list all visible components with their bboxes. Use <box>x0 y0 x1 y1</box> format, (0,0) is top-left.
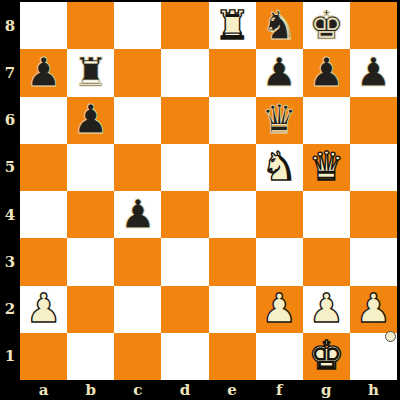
square-h5[interactable] <box>350 144 397 191</box>
square-b1[interactable] <box>67 333 114 380</box>
square-b3[interactable] <box>67 238 114 285</box>
square-f3[interactable] <box>256 238 303 285</box>
square-e5[interactable] <box>209 144 256 191</box>
square-c1[interactable] <box>114 333 161 380</box>
white-pawn[interactable]: ♟ <box>26 288 62 328</box>
square-f5[interactable]: ♞ <box>256 144 303 191</box>
square-d4[interactable] <box>161 191 208 238</box>
file-label-b: b <box>67 380 114 400</box>
rank-label-6: 6 <box>0 97 20 144</box>
white-pawn[interactable]: ♟ <box>261 288 297 328</box>
file-label-f: f <box>256 380 303 400</box>
white-to-move-indicator <box>385 331 396 342</box>
square-e2[interactable] <box>209 286 256 333</box>
square-g5[interactable]: ♛ <box>303 144 350 191</box>
square-a4[interactable] <box>20 191 67 238</box>
square-d7[interactable] <box>161 49 208 96</box>
square-g6[interactable] <box>303 97 350 144</box>
square-b8[interactable] <box>67 2 114 49</box>
file-labels: abcdefgh <box>20 380 397 400</box>
chess-board: ♜♞♚♟♜♟♟♟♟♛♞♛♟♟♟♟♟♚ <box>20 2 397 380</box>
file-label-d: d <box>161 380 208 400</box>
square-c5[interactable] <box>114 144 161 191</box>
black-king[interactable]: ♚ <box>308 5 344 45</box>
rank-label-1: 1 <box>0 333 20 380</box>
square-h7[interactable]: ♟ <box>350 49 397 96</box>
square-d3[interactable] <box>161 238 208 285</box>
file-label-e: e <box>209 380 256 400</box>
file-label-h: h <box>350 380 397 400</box>
square-a8[interactable] <box>20 2 67 49</box>
square-b2[interactable] <box>67 286 114 333</box>
black-knight[interactable]: ♞ <box>261 5 297 45</box>
square-g2[interactable]: ♟ <box>303 286 350 333</box>
square-b4[interactable] <box>67 191 114 238</box>
rank-label-3: 3 <box>0 238 20 285</box>
chess-board-frame: 87654321 ♜♞♚♟♜♟♟♟♟♛♞♛♟♟♟♟♟♚ abcdefgh <box>0 0 400 400</box>
square-d5[interactable] <box>161 144 208 191</box>
white-pawn[interactable]: ♟ <box>308 288 344 328</box>
rank-label-4: 4 <box>0 191 20 238</box>
square-h2[interactable]: ♟ <box>350 286 397 333</box>
rank-label-7: 7 <box>0 49 20 96</box>
rank-label-8: 8 <box>0 2 20 49</box>
black-pawn[interactable]: ♟ <box>73 99 109 139</box>
black-pawn[interactable]: ♟ <box>308 52 344 92</box>
square-c4[interactable]: ♟ <box>114 191 161 238</box>
square-e7[interactable] <box>209 49 256 96</box>
square-d8[interactable] <box>161 2 208 49</box>
square-a7[interactable]: ♟ <box>20 49 67 96</box>
square-f8[interactable]: ♞ <box>256 2 303 49</box>
square-c8[interactable] <box>114 2 161 49</box>
square-g8[interactable]: ♚ <box>303 2 350 49</box>
rank-labels: 87654321 <box>0 2 20 380</box>
square-a5[interactable] <box>20 144 67 191</box>
square-e4[interactable] <box>209 191 256 238</box>
white-knight[interactable]: ♞ <box>261 146 297 186</box>
square-b6[interactable]: ♟ <box>67 97 114 144</box>
black-pawn[interactable]: ♟ <box>356 52 392 92</box>
square-a3[interactable] <box>20 238 67 285</box>
rank-label-5: 5 <box>0 144 20 191</box>
black-rook[interactable]: ♜ <box>73 52 109 92</box>
rank-label-2: 2 <box>0 286 20 333</box>
black-pawn[interactable]: ♟ <box>261 52 297 92</box>
square-f6[interactable]: ♛ <box>256 97 303 144</box>
square-g4[interactable] <box>303 191 350 238</box>
white-queen[interactable]: ♛ <box>308 146 344 186</box>
square-c7[interactable] <box>114 49 161 96</box>
square-b7[interactable]: ♜ <box>67 49 114 96</box>
square-e3[interactable] <box>209 238 256 285</box>
square-f7[interactable]: ♟ <box>256 49 303 96</box>
square-g3[interactable] <box>303 238 350 285</box>
square-h3[interactable] <box>350 238 397 285</box>
square-e8[interactable]: ♜ <box>209 2 256 49</box>
file-label-g: g <box>303 380 350 400</box>
square-a1[interactable] <box>20 333 67 380</box>
square-d1[interactable] <box>161 333 208 380</box>
square-d6[interactable] <box>161 97 208 144</box>
square-c2[interactable] <box>114 286 161 333</box>
black-pawn[interactable]: ♟ <box>120 194 156 234</box>
square-f4[interactable] <box>256 191 303 238</box>
square-e6[interactable] <box>209 97 256 144</box>
white-king[interactable]: ♚ <box>308 335 344 375</box>
black-queen[interactable]: ♛ <box>261 99 297 139</box>
file-label-a: a <box>20 380 67 400</box>
white-pawn[interactable]: ♟ <box>356 288 392 328</box>
square-e1[interactable] <box>209 333 256 380</box>
square-c6[interactable] <box>114 97 161 144</box>
square-f2[interactable]: ♟ <box>256 286 303 333</box>
file-label-c: c <box>114 380 161 400</box>
square-g1[interactable]: ♚ <box>303 333 350 380</box>
square-a6[interactable] <box>20 97 67 144</box>
square-d2[interactable] <box>161 286 208 333</box>
square-h6[interactable] <box>350 97 397 144</box>
black-pawn[interactable]: ♟ <box>26 52 62 92</box>
square-c3[interactable] <box>114 238 161 285</box>
square-b5[interactable] <box>67 144 114 191</box>
square-g7[interactable]: ♟ <box>303 49 350 96</box>
square-h8[interactable] <box>350 2 397 49</box>
white-rook[interactable]: ♜ <box>214 5 250 45</box>
square-a2[interactable]: ♟ <box>20 286 67 333</box>
square-h4[interactable] <box>350 191 397 238</box>
square-f1[interactable] <box>256 333 303 380</box>
